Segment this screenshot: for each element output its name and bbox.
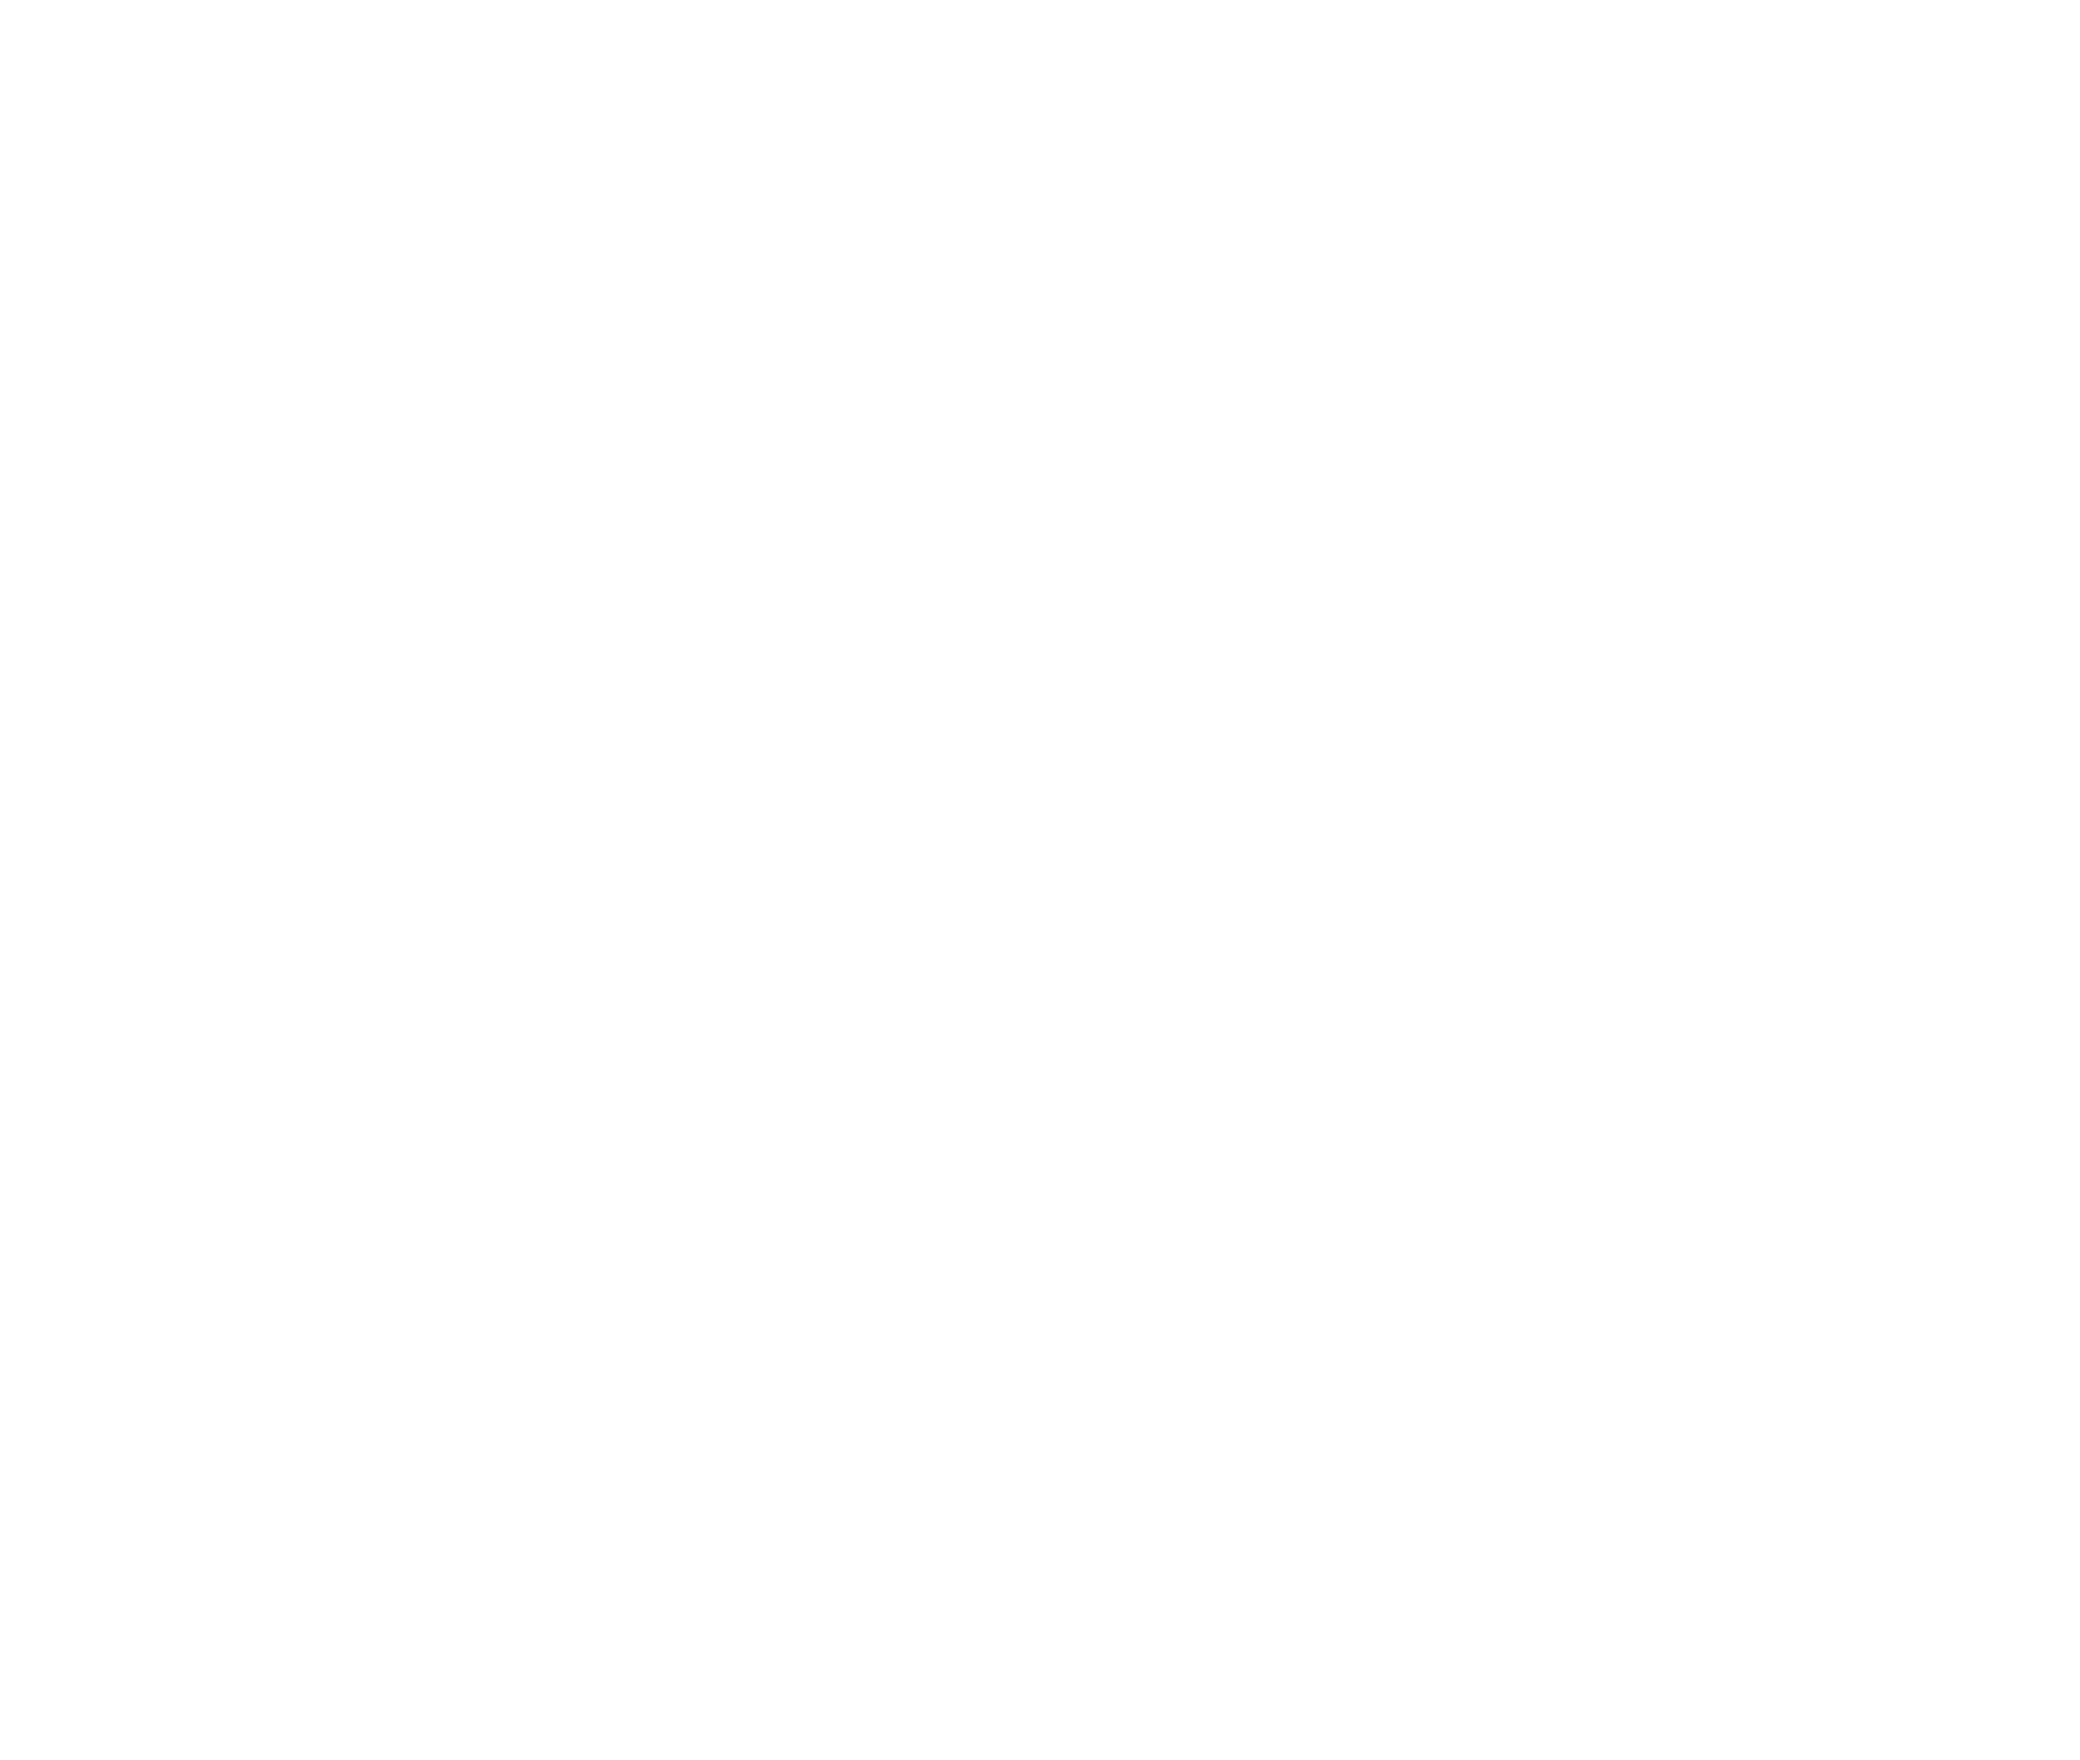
mill-board-scene — [0, 0, 2080, 1760]
product-photo-stage — [0, 0, 2080, 1760]
